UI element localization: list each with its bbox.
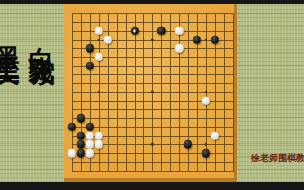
video-frame[interactable]: 黑王星昊 白党毅飞 徐老师围棋教室 [0, 0, 304, 190]
black-stone [184, 140, 192, 148]
right-panel: 徐老师围棋教室 [237, 4, 304, 182]
white-label: 白 [27, 26, 57, 27]
players-panel: 黑王星昊 白党毅飞 [0, 4, 64, 182]
black-stone [157, 27, 165, 35]
black-stone [202, 149, 210, 157]
grid-line-h [72, 162, 234, 163]
white-stone [86, 140, 94, 148]
white-player-name: 党毅飞 [27, 36, 57, 39]
black-player-name: 王星昊 [0, 36, 22, 39]
black-stone [86, 44, 94, 52]
white-stone [202, 96, 210, 104]
last-move-marker-icon [133, 29, 136, 32]
white-stone [68, 149, 76, 157]
grid-line-v [161, 13, 162, 171]
black-player-column: 黑王星昊 [0, 26, 20, 39]
black-stone [193, 35, 201, 43]
grid-line-h [72, 127, 234, 128]
grid-line-v [179, 13, 180, 171]
black-stone [86, 62, 94, 70]
black-stone [77, 114, 85, 122]
white-stone [86, 149, 94, 157]
white-stone [86, 131, 94, 139]
white-player-column: 白党毅飞 [28, 26, 55, 39]
grid-line-h [72, 118, 234, 119]
black-stone-last-move [130, 27, 138, 35]
black-stone [77, 131, 85, 139]
black-label: 黑 [0, 26, 22, 27]
black-stone [68, 123, 76, 131]
grid-line-h [72, 171, 234, 172]
grid-line-v [224, 13, 225, 171]
black-stone [86, 123, 94, 131]
white-stone [175, 27, 183, 35]
grid-line-h [72, 109, 234, 110]
grid-line-v [233, 13, 234, 171]
white-stone [95, 53, 103, 61]
channel-caption: 徐老师围棋教室 [251, 152, 304, 165]
white-stone [211, 131, 219, 139]
white-stone [95, 131, 103, 139]
black-stone [211, 35, 219, 43]
black-stone [77, 149, 85, 157]
white-stone [104, 35, 112, 43]
black-stone [77, 140, 85, 148]
white-stone [95, 27, 103, 35]
white-stone [175, 44, 183, 52]
white-stone [95, 140, 103, 148]
player-control-bar[interactable] [0, 182, 304, 190]
go-board[interactable] [64, 4, 237, 182]
grid-line-v [170, 13, 171, 171]
